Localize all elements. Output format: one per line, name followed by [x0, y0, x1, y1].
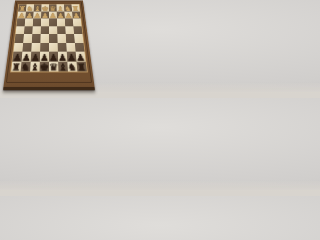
square-r1c4: ♟: [49, 11, 57, 18]
square-r5c4: [49, 43, 58, 52]
square-r5c7: [75, 43, 85, 52]
black-king: ♚: [40, 63, 49, 73]
square-r5c3: [40, 43, 49, 52]
square-r5c2: [31, 43, 40, 52]
square-r1c7: ♟: [72, 11, 81, 18]
square-r4c7: [74, 34, 83, 43]
square-r2c3: [41, 18, 49, 26]
square-r7c2: ♝: [30, 61, 40, 71]
square-r2c4: [49, 18, 57, 26]
square-r6c2: ♟: [31, 52, 40, 62]
square-r2c2: [33, 18, 41, 26]
black-queen: ♛: [49, 63, 58, 73]
square-r1c2: ♟: [33, 11, 41, 18]
square-r1c3: ♟: [41, 11, 49, 18]
square-r3c4: [49, 26, 57, 34]
square-r0c7: ♜: [71, 4, 79, 11]
square-r7c7: ♜: [76, 61, 86, 71]
square-r6c4: ♟: [49, 52, 58, 62]
black-rook: ♜: [77, 63, 87, 73]
square-r4c3: [40, 34, 49, 43]
board-squares-grid: ♜♞♝♚♛♝♞♜♟♟♟♟♟♟♟♟♟♟♟♟♟♟♟♟♜♞♝♚♛♝♞♜: [11, 4, 87, 71]
black-bishop: ♝: [58, 63, 68, 73]
square-r0c3: ♚: [41, 4, 49, 11]
square-r6c7: ♟: [76, 52, 86, 62]
black-bishop: ♝: [30, 63, 40, 73]
square-r6c3: ♟: [40, 52, 49, 62]
square-r2c7: [73, 18, 82, 26]
square-r7c4: ♛: [49, 61, 58, 71]
photo-scene: ♜♞♝♚♛♝♞♜♟♟♟♟♟♟♟♟♟♟♟♟♟♟♟♟♜♞♝♚♛♝♞♜: [0, 0, 98, 98]
square-r3c7: [73, 26, 82, 34]
square-r4c4: [49, 34, 58, 43]
chess-board: ♜♞♝♚♛♝♞♜♟♟♟♟♟♟♟♟♟♟♟♟♟♟♟♟♜♞♝♚♛♝♞♜: [3, 0, 95, 90]
square-r4c2: [32, 34, 41, 43]
square-r3c2: [32, 26, 41, 34]
square-r7c3: ♚: [40, 61, 49, 71]
square-r3c3: [41, 26, 49, 34]
